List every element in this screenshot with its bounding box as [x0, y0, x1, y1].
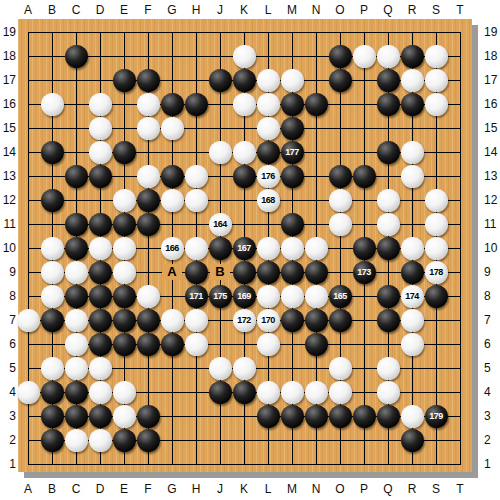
- column-label-top: Q: [376, 3, 400, 17]
- column-label-top: P: [352, 3, 376, 17]
- black-stone-K13: [233, 165, 256, 188]
- black-stone-C13: [65, 165, 88, 188]
- row-label-right: 4: [484, 380, 491, 404]
- black-stone-C4: [65, 381, 88, 404]
- black-stone-D7: [89, 309, 112, 332]
- column-label-top: D: [88, 3, 112, 17]
- column-label-bottom: E: [112, 482, 136, 496]
- column-label-bottom: B: [40, 482, 64, 496]
- move-167-stone-K10: 167: [233, 237, 256, 260]
- move-179-stone-S3: 179: [425, 405, 448, 428]
- column-label-top: M: [280, 3, 304, 17]
- column-label-bottom: S: [424, 482, 448, 496]
- row-label-right: 3: [484, 404, 491, 428]
- row-label-left: 16: [1, 92, 16, 116]
- white-stone-A7: [17, 309, 40, 332]
- white-stone-G7: [161, 309, 184, 332]
- black-stone-O17: [329, 69, 352, 92]
- black-stone-B4: [41, 381, 64, 404]
- white-stone-L6: [257, 333, 280, 356]
- black-stone-E2: [113, 429, 136, 452]
- black-stone-Q3: [377, 405, 400, 428]
- white-stone-S17: [425, 69, 448, 92]
- white-stone-J14: [209, 141, 232, 164]
- black-stone-P13: [353, 165, 376, 188]
- column-label-top: C: [64, 3, 88, 17]
- row-label-left: 8: [1, 284, 16, 308]
- black-stone-R2: [401, 429, 424, 452]
- black-stone-R18: [401, 45, 424, 68]
- row-label-left: 3: [1, 404, 16, 428]
- black-stone-N9: [305, 261, 328, 284]
- black-stone-F2: [137, 429, 160, 452]
- black-stone-D11: [89, 213, 112, 236]
- row-label-right: 18: [484, 44, 497, 68]
- row-label-right: 17: [484, 68, 497, 92]
- row-label-right: 6: [484, 332, 491, 356]
- column-label-top: B: [40, 3, 64, 17]
- white-stone-N8: [305, 285, 328, 308]
- row-label-right: 8: [484, 284, 491, 308]
- move-173-stone-P9: 173: [353, 261, 376, 284]
- move-164-stone-J11: 164: [209, 213, 232, 236]
- black-stone-N16: [305, 93, 328, 116]
- white-stone-M17: [281, 69, 304, 92]
- white-stone-K14: [233, 141, 256, 164]
- black-stone-E8: [113, 285, 136, 308]
- column-label-bottom: M: [280, 482, 304, 496]
- column-label-bottom: Q: [376, 482, 400, 496]
- black-stone-S8: [425, 285, 448, 308]
- row-label-left: 15: [1, 116, 16, 140]
- black-stone-O18: [329, 45, 352, 68]
- white-stone-Q4: [377, 381, 400, 404]
- black-stone-E14: [113, 141, 136, 164]
- row-label-right: 7: [484, 308, 491, 332]
- black-stone-C10: [65, 237, 88, 260]
- black-stone-G6: [161, 333, 184, 356]
- black-stone-L3: [257, 405, 280, 428]
- black-stone-O13: [329, 165, 352, 188]
- white-stone-S16: [425, 93, 448, 116]
- white-stone-R14: [401, 141, 424, 164]
- black-stone-D13: [89, 165, 112, 188]
- black-stone-P3: [353, 405, 376, 428]
- white-stone-D4: [89, 381, 112, 404]
- point-label-B: B: [210, 264, 230, 280]
- white-stone-E12: [113, 189, 136, 212]
- white-stone-S18: [425, 45, 448, 68]
- black-stone-E11: [113, 213, 136, 236]
- column-label-bottom: T: [448, 482, 472, 496]
- black-stone-M3: [281, 405, 304, 428]
- white-stone-E10: [113, 237, 136, 260]
- black-stone-N7: [305, 309, 328, 332]
- black-stone-L9: [257, 261, 280, 284]
- move-178-stone-S9: 178: [425, 261, 448, 284]
- point-label-A: A: [162, 264, 182, 280]
- row-label-left: 13: [1, 164, 16, 188]
- column-label-top: T: [448, 3, 472, 17]
- black-stone-B12: [41, 189, 64, 212]
- white-stone-B5: [41, 357, 64, 380]
- black-stone-M9: [281, 261, 304, 284]
- row-label-left: 12: [1, 188, 16, 212]
- white-stone-D2: [89, 429, 112, 452]
- white-stone-B8: [41, 285, 64, 308]
- white-stone-Q11: [377, 213, 400, 236]
- white-stone-R6: [401, 333, 424, 356]
- white-stone-Q5: [377, 357, 400, 380]
- black-stone-H9: [185, 261, 208, 284]
- white-stone-O12: [329, 189, 352, 212]
- black-stone-Q14: [377, 141, 400, 164]
- row-label-left: 11: [1, 212, 16, 236]
- column-label-top: S: [424, 3, 448, 17]
- move-174-stone-R8: 174: [401, 285, 424, 308]
- row-label-right: 15: [484, 116, 497, 140]
- white-stone-J5: [209, 357, 232, 380]
- column-label-bottom: N: [304, 482, 328, 496]
- move-166-stone-G10: 166: [161, 237, 184, 260]
- white-stone-M8: [281, 285, 304, 308]
- white-stone-E4: [113, 381, 136, 404]
- white-stone-L4: [257, 381, 280, 404]
- black-stone-D8: [89, 285, 112, 308]
- column-label-top: E: [112, 3, 136, 17]
- row-label-left: 5: [1, 356, 16, 380]
- column-label-top: A: [16, 3, 40, 17]
- black-stone-J17: [209, 69, 232, 92]
- black-stone-F12: [137, 189, 160, 212]
- white-stone-B9: [41, 261, 64, 284]
- black-stone-F3: [137, 405, 160, 428]
- white-stone-D16: [89, 93, 112, 116]
- white-stone-R17: [401, 69, 424, 92]
- row-label-right: 13: [484, 164, 497, 188]
- row-label-right: 2: [484, 428, 491, 452]
- row-label-right: 1: [484, 452, 491, 476]
- row-label-right: 16: [484, 92, 497, 116]
- move-177-stone-M14: 177: [281, 141, 304, 164]
- black-stone-G16: [161, 93, 184, 116]
- row-label-left: 4: [1, 380, 16, 404]
- column-label-top: O: [328, 3, 352, 17]
- row-label-right: 12: [484, 188, 497, 212]
- black-stone-B2: [41, 429, 64, 452]
- black-stone-R16: [401, 93, 424, 116]
- white-stone-D10: [89, 237, 112, 260]
- black-stone-R9: [401, 261, 424, 284]
- row-label-left: 1: [1, 452, 16, 476]
- white-stone-G12: [161, 189, 184, 212]
- white-stone-H13: [185, 165, 208, 188]
- black-stone-K9: [233, 261, 256, 284]
- white-stone-F15: [137, 117, 160, 140]
- column-label-top: F: [136, 3, 160, 17]
- black-stone-B7: [41, 309, 64, 332]
- white-stone-B10: [41, 237, 64, 260]
- row-label-right: 10: [484, 236, 497, 260]
- move-165-stone-O8: 165: [329, 285, 352, 308]
- black-stone-K4: [233, 381, 256, 404]
- black-stone-F6: [137, 333, 160, 356]
- black-stone-M15: [281, 117, 304, 140]
- column-label-bottom: F: [136, 482, 160, 496]
- black-stone-M7: [281, 309, 304, 332]
- black-stone-Q7: [377, 309, 400, 332]
- black-stone-L14: [257, 141, 280, 164]
- white-stone-F16: [137, 93, 160, 116]
- white-stone-C5: [65, 357, 88, 380]
- white-stone-L17: [257, 69, 280, 92]
- black-stone-B3: [41, 405, 64, 428]
- white-stone-M4: [281, 381, 304, 404]
- black-stone-P10: [353, 237, 376, 260]
- black-stone-Q17: [377, 69, 400, 92]
- column-label-bottom: C: [64, 482, 88, 496]
- black-stone-D3: [89, 405, 112, 428]
- white-stone-Q12: [377, 189, 400, 212]
- move-175-stone-J8: 175: [209, 285, 232, 308]
- white-stone-R3: [401, 405, 424, 428]
- column-label-bottom: L: [256, 482, 280, 496]
- column-label-top: N: [304, 3, 328, 17]
- white-stone-H7: [185, 309, 208, 332]
- white-stone-O11: [329, 213, 352, 236]
- white-stone-E9: [113, 261, 136, 284]
- move-171-stone-H8: 171: [185, 285, 208, 308]
- go-game-diagram: AABBCCDDEEFFGGHHJJKKLLMMNNOOPPQQRRSSTT19…: [0, 0, 500, 500]
- move-172-stone-K7: 172: [233, 309, 256, 332]
- row-label-left: 14: [1, 140, 16, 164]
- column-label-bottom: K: [232, 482, 256, 496]
- white-stone-S10: [425, 237, 448, 260]
- white-stone-H12: [185, 189, 208, 212]
- black-stone-O7: [329, 309, 352, 332]
- black-stone-M16: [281, 93, 304, 116]
- black-stone-Q8: [377, 285, 400, 308]
- move-170-stone-L7: 170: [257, 309, 280, 332]
- column-label-bottom: O: [328, 482, 352, 496]
- move-176-stone-L13: 176: [257, 165, 280, 188]
- black-stone-K17: [233, 69, 256, 92]
- white-stone-M10: [281, 237, 304, 260]
- white-stone-C2: [65, 429, 88, 452]
- white-stone-F13: [137, 165, 160, 188]
- white-stone-Q18: [377, 45, 400, 68]
- white-stone-R10: [401, 237, 424, 260]
- black-stone-M11: [281, 213, 304, 236]
- white-stone-H6: [185, 333, 208, 356]
- row-label-right: 9: [484, 260, 491, 284]
- white-stone-N4: [305, 381, 328, 404]
- row-label-left: 10: [1, 236, 16, 260]
- black-stone-H16: [185, 93, 208, 116]
- row-label-left: 18: [1, 44, 16, 68]
- column-label-top: K: [232, 3, 256, 17]
- black-stone-F17: [137, 69, 160, 92]
- row-label-left: 7: [1, 308, 16, 332]
- row-label-right: 19: [484, 20, 497, 44]
- column-label-top: H: [184, 3, 208, 17]
- white-stone-K18: [233, 45, 256, 68]
- black-stone-E17: [113, 69, 136, 92]
- black-stone-E7: [113, 309, 136, 332]
- column-label-top: G: [160, 3, 184, 17]
- black-stone-C11: [65, 213, 88, 236]
- column-label-bottom: H: [184, 482, 208, 496]
- black-stone-D9: [89, 261, 112, 284]
- column-label-bottom: J: [208, 482, 232, 496]
- black-stone-J4: [209, 381, 232, 404]
- row-label-right: 11: [484, 212, 496, 236]
- white-stone-D5: [89, 357, 112, 380]
- white-stone-C9: [65, 261, 88, 284]
- row-label-left: 2: [1, 428, 16, 452]
- black-stone-C3: [65, 405, 88, 428]
- black-stone-G13: [161, 165, 184, 188]
- white-stone-B16: [41, 93, 64, 116]
- white-stone-N10: [305, 237, 328, 260]
- white-stone-L15: [257, 117, 280, 140]
- column-label-top: J: [208, 3, 232, 17]
- black-stone-N3: [305, 405, 328, 428]
- black-stone-E6: [113, 333, 136, 356]
- white-stone-S12: [425, 189, 448, 212]
- move-169-stone-K8: 169: [233, 285, 256, 308]
- column-label-top: R: [400, 3, 424, 17]
- black-stone-C18: [65, 45, 88, 68]
- white-stone-C7: [65, 309, 88, 332]
- row-label-right: 14: [484, 140, 497, 164]
- white-stone-H10: [185, 237, 208, 260]
- white-stone-R13: [401, 165, 424, 188]
- white-stone-F8: [137, 285, 160, 308]
- white-stone-O5: [329, 357, 352, 380]
- white-stone-D14: [89, 141, 112, 164]
- column-label-bottom: R: [400, 482, 424, 496]
- row-label-left: 9: [1, 260, 16, 284]
- column-label-top: L: [256, 3, 280, 17]
- black-stone-Q16: [377, 93, 400, 116]
- black-stone-C8: [65, 285, 88, 308]
- white-stone-K5: [233, 357, 256, 380]
- row-label-right: 5: [484, 356, 491, 380]
- black-stone-Q10: [377, 237, 400, 260]
- black-stone-B14: [41, 141, 64, 164]
- white-stone-L16: [257, 93, 280, 116]
- white-stone-G15: [161, 117, 184, 140]
- white-stone-C6: [65, 333, 88, 356]
- black-stone-O3: [329, 405, 352, 428]
- black-stone-J10: [209, 237, 232, 260]
- white-stone-S11: [425, 213, 448, 236]
- move-168-stone-L12: 168: [257, 189, 280, 212]
- black-stone-N6: [305, 333, 328, 356]
- black-stone-F7: [137, 309, 160, 332]
- white-stone-A4: [17, 381, 40, 404]
- column-label-bottom: D: [88, 482, 112, 496]
- column-label-bottom: G: [160, 482, 184, 496]
- row-label-left: 19: [1, 20, 16, 44]
- column-label-bottom: P: [352, 482, 376, 496]
- white-stone-P18: [353, 45, 376, 68]
- white-stone-K16: [233, 93, 256, 116]
- row-label-left: 6: [1, 332, 16, 356]
- white-stone-D15: [89, 117, 112, 140]
- white-stone-O4: [329, 381, 352, 404]
- white-stone-R7: [401, 309, 424, 332]
- row-label-left: 17: [1, 68, 16, 92]
- black-stone-M13: [281, 165, 304, 188]
- black-stone-D6: [89, 333, 112, 356]
- white-stone-E3: [113, 405, 136, 428]
- white-stone-L10: [257, 237, 280, 260]
- white-stone-L8: [257, 285, 280, 308]
- black-stone-F11: [137, 213, 160, 236]
- column-label-bottom: A: [16, 482, 40, 496]
